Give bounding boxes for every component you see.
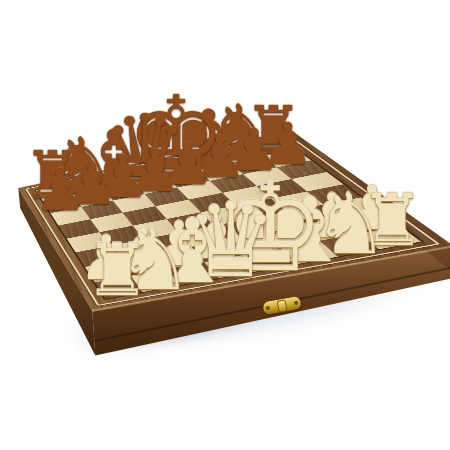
piece-shadow-g7 <box>241 162 267 168</box>
white-pawn: ♟ <box>344 177 399 238</box>
piece-shadow-h1 <box>375 236 408 244</box>
piece-shadow-e8 <box>150 165 201 177</box>
pieces-layer: ♜♞♝♛♚♝♞♜♟♟♟♟♟♟♟♟♟♟♟♟♟♟♟♟♜♞♝♛♚♝♞♜ <box>0 0 450 450</box>
piece-shadow-d7 <box>142 183 168 189</box>
white-queen: ♛ <box>185 189 278 292</box>
chess-set-photo: ♜♞♝♛♚♝♞♜♟♟♟♟♟♟♟♟♟♟♟♟♟♟♟♟♜♞♝♛♚♝♞♜ <box>0 0 450 450</box>
black-pawn: ♟ <box>262 116 314 174</box>
black-bishop: ♝ <box>77 119 150 200</box>
piece-shadow-h2 <box>358 220 386 227</box>
piece-shadow-h8 <box>258 145 288 152</box>
black-pawn: ♟ <box>97 149 149 207</box>
piece-shadow-b2 <box>128 263 156 270</box>
black-pawn: ♟ <box>129 143 181 201</box>
white-knight: ♞ <box>116 218 192 303</box>
piece-shadow-a8 <box>37 190 67 197</box>
piece-shadow-d1 <box>207 265 255 276</box>
piece-shadow-f1 <box>290 251 331 261</box>
white-pawn: ♟ <box>227 199 282 260</box>
piece-shadow-b1 <box>135 279 174 288</box>
piece-shadow-c1 <box>172 272 213 282</box>
piece-shadow-d2 <box>202 249 230 256</box>
piece-shadow-a2 <box>92 270 120 277</box>
black-knight: ♞ <box>48 128 118 206</box>
piece-shadow-g1 <box>331 243 370 252</box>
white-pawn: ♟ <box>189 206 244 267</box>
white-pawn: ♟ <box>152 213 207 274</box>
piece-shadow-b8 <box>65 184 101 193</box>
piece-shadow-e1 <box>242 258 298 271</box>
piece-shadow-b7 <box>78 196 104 202</box>
white-bishop: ♝ <box>153 207 233 296</box>
black-bishop: ♝ <box>172 99 245 180</box>
black-rook: ♜ <box>244 98 303 164</box>
white-pawn: ♟ <box>305 185 360 246</box>
piece-shadow-c8 <box>95 178 132 187</box>
white-pawn: ♟ <box>265 192 320 253</box>
piece-shadow-f2 <box>279 235 307 242</box>
black-pawn: ♟ <box>228 122 280 180</box>
piece-shadow-e7 <box>174 176 200 182</box>
black-king: ♚ <box>126 82 226 194</box>
piece-shadow-a7 <box>47 202 73 208</box>
piece-shadow-c7 <box>110 189 136 195</box>
black-queen: ♛ <box>102 102 187 197</box>
white-king: ♚ <box>216 167 325 289</box>
white-pawn: ♟ <box>79 227 134 288</box>
black-pawn: ♟ <box>66 156 118 214</box>
piece-shadow-f7 <box>207 169 233 175</box>
piece-shadow-a1 <box>100 286 133 294</box>
piece-shadow-d8 <box>123 171 167 181</box>
white-bishop: ♝ <box>270 186 350 275</box>
black-pawn: ♟ <box>195 129 247 187</box>
piece-shadow-c2 <box>165 256 193 263</box>
black-knight: ♞ <box>206 95 276 173</box>
black-pawn: ♟ <box>162 136 214 194</box>
white-rook: ♜ <box>85 234 150 306</box>
piece-shadow-h7 <box>274 156 300 162</box>
black-pawn: ♟ <box>35 162 87 220</box>
white-pawn: ♟ <box>115 220 170 281</box>
piece-shadow-g8 <box>223 151 259 160</box>
piece-shadow-e2 <box>240 242 268 249</box>
black-rook: ♜ <box>23 143 82 209</box>
piece-shadow-g2 <box>318 228 346 235</box>
white-knight: ♞ <box>313 182 389 267</box>
white-rook: ♜ <box>360 184 425 256</box>
piece-shadow-f8 <box>189 158 226 167</box>
